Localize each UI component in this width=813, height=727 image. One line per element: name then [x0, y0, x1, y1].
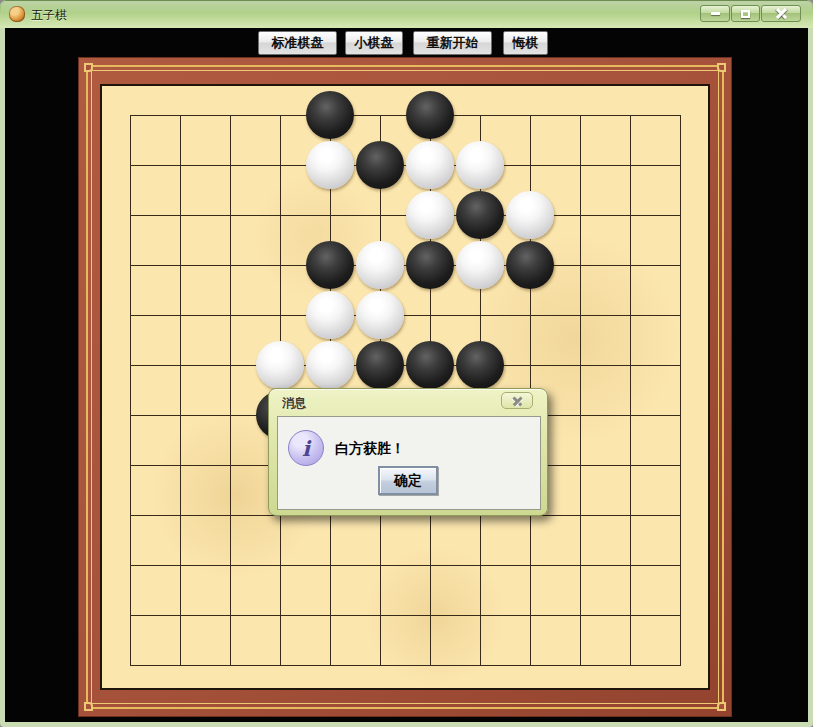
stone-black — [306, 91, 354, 139]
board-cell[interactable] — [105, 440, 155, 490]
app-icon — [9, 6, 25, 22]
board-cell[interactable] — [555, 540, 605, 590]
board-cell[interactable] — [555, 140, 605, 190]
board-cell[interactable] — [105, 540, 155, 590]
board-cell[interactable] — [655, 540, 705, 590]
board-cell[interactable] — [405, 90, 455, 140]
board-cell[interactable] — [305, 240, 355, 290]
board-cell[interactable] — [555, 390, 605, 440]
board-cell[interactable] — [355, 90, 405, 140]
board-cell[interactable] — [155, 390, 205, 440]
board-cell[interactable] — [105, 190, 155, 240]
board-cell[interactable] — [605, 140, 655, 190]
board-cell[interactable] — [155, 440, 205, 490]
board-cell[interactable] — [605, 540, 655, 590]
board-cell[interactable] — [305, 540, 355, 590]
frame-corner-ornament — [717, 702, 726, 711]
board-cell[interactable] — [655, 440, 705, 490]
board-cell[interactable] — [505, 540, 555, 590]
message-dialog: 消息 i 白方获胜！ 确定 — [268, 388, 548, 516]
board-cell[interactable] — [405, 240, 455, 290]
board-cell[interactable] — [155, 90, 205, 140]
board-cell[interactable] — [105, 140, 155, 190]
board-cell[interactable] — [105, 590, 155, 640]
stone-white — [256, 341, 304, 389]
stone-black — [356, 341, 404, 389]
board-cell[interactable] — [155, 290, 205, 340]
board-cell[interactable] — [505, 640, 555, 690]
board-cell[interactable] — [405, 640, 455, 690]
minimize-button[interactable] — [700, 5, 730, 22]
board-cell[interactable] — [455, 590, 505, 640]
stone-white — [356, 241, 404, 289]
stone-white — [306, 141, 354, 189]
stone-white — [356, 291, 404, 339]
board-cell[interactable] — [105, 390, 155, 440]
minimize-icon — [711, 12, 720, 15]
board-cell[interactable] — [505, 240, 555, 290]
stone-white — [406, 191, 454, 239]
board-cell[interactable] — [105, 340, 155, 390]
board-cell[interactable] — [355, 640, 405, 690]
board-cell[interactable] — [605, 90, 655, 140]
board-cell[interactable] — [255, 140, 305, 190]
window-title: 五子棋 — [31, 7, 67, 24]
board-cell[interactable] — [205, 190, 255, 240]
board-cell[interactable] — [655, 640, 705, 690]
board-cell[interactable] — [455, 140, 505, 190]
info-icon: i — [288, 430, 324, 466]
stone-black — [456, 191, 504, 239]
board-cell[interactable] — [505, 90, 555, 140]
board-cell[interactable] — [305, 590, 355, 640]
board-cell[interactable] — [255, 540, 305, 590]
board-cell[interactable] — [455, 290, 505, 340]
board-surface — [100, 84, 710, 690]
stone-black — [406, 91, 454, 139]
board-cell[interactable] — [555, 240, 605, 290]
board-cell[interactable] — [655, 590, 705, 640]
board-cell[interactable] — [655, 90, 705, 140]
board-cell[interactable] — [155, 340, 205, 390]
board-cell[interactable] — [155, 540, 205, 590]
board-cell[interactable] — [205, 440, 255, 490]
board-cell[interactable] — [505, 190, 555, 240]
board-cell[interactable] — [205, 540, 255, 590]
stone-black — [456, 341, 504, 389]
board-cell[interactable] — [605, 190, 655, 240]
dialog-titlebar[interactable]: 消息 — [269, 389, 547, 415]
board-cell[interactable] — [455, 540, 505, 590]
board-cell[interactable] — [455, 340, 505, 390]
gomoku-board — [78, 57, 732, 717]
board-cell[interactable] — [155, 190, 205, 240]
close-icon — [776, 8, 787, 19]
board-cell[interactable] — [305, 340, 355, 390]
board-cell[interactable] — [405, 190, 455, 240]
board-cell[interactable] — [205, 640, 255, 690]
board-cell[interactable] — [155, 240, 205, 290]
board-cell[interactable] — [255, 640, 305, 690]
board-cell[interactable] — [605, 240, 655, 290]
board-cell[interactable] — [355, 540, 405, 590]
stone-white — [306, 341, 354, 389]
board-cell[interactable] — [505, 140, 555, 190]
board-cell[interactable] — [655, 340, 705, 390]
window-controls — [699, 5, 801, 22]
board-cell[interactable] — [355, 140, 405, 190]
board-cell[interactable] — [205, 490, 255, 540]
board-cell[interactable] — [655, 390, 705, 440]
board-cell[interactable] — [405, 290, 455, 340]
board-cell[interactable] — [555, 340, 605, 390]
dialog-content-panel: i 白方获胜！ 确定 — [277, 416, 541, 510]
stone-black — [356, 141, 404, 189]
board-cell[interactable] — [605, 490, 655, 540]
maximize-button[interactable] — [731, 5, 760, 22]
board-cell[interactable] — [255, 240, 305, 290]
client-area: 标准棋盘 小棋盘 重新开始 悔棋 消息 — [5, 28, 808, 722]
stone-black — [506, 241, 554, 289]
board-cell[interactable] — [655, 190, 705, 240]
board-cell[interactable] — [405, 140, 455, 190]
board-cell[interactable] — [605, 440, 655, 490]
board-cell[interactable] — [205, 340, 255, 390]
board-cell[interactable] — [205, 390, 255, 440]
small-board-button[interactable]: 小棋盘 — [345, 31, 403, 55]
board-cell[interactable] — [505, 590, 555, 640]
dialog-title: 消息 — [282, 395, 306, 412]
board-cell[interactable] — [655, 240, 705, 290]
board-cell[interactable] — [555, 90, 605, 140]
board-cell[interactable] — [605, 290, 655, 340]
stone-black — [306, 241, 354, 289]
board-cell[interactable] — [605, 590, 655, 640]
board-cell[interactable] — [205, 90, 255, 140]
board-cell[interactable] — [105, 240, 155, 290]
board-cell[interactable] — [255, 590, 305, 640]
board-cell[interactable] — [555, 190, 605, 240]
restart-button[interactable]: 重新开始 — [413, 31, 492, 55]
stone-white — [506, 191, 554, 239]
stone-white — [456, 241, 504, 289]
standard-board-button[interactable]: 标准棋盘 — [258, 31, 337, 55]
board-cell[interactable] — [405, 340, 455, 390]
dialog-message: 白方获胜！ — [335, 440, 405, 458]
board-cell[interactable] — [305, 640, 355, 690]
board-cell[interactable] — [555, 440, 605, 490]
board-cell[interactable] — [205, 140, 255, 190]
board-cell[interactable] — [555, 590, 605, 640]
board-cell[interactable] — [355, 290, 405, 340]
undo-button[interactable]: 悔棋 — [503, 31, 548, 55]
board-cell[interactable] — [555, 640, 605, 690]
app-window: 五子棋 标准棋盘 小棋盘 重新开始 悔棋 — [0, 0, 813, 727]
board-cell[interactable] — [105, 90, 155, 140]
board-cell[interactable] — [355, 190, 405, 240]
board-cell[interactable] — [105, 490, 155, 540]
board-cell[interactable] — [655, 140, 705, 190]
stone-white — [406, 141, 454, 189]
board-cell[interactable] — [505, 290, 555, 340]
board-cell[interactable] — [255, 90, 305, 140]
ok-button[interactable]: 确定 — [378, 466, 438, 495]
board-cell[interactable] — [205, 290, 255, 340]
board-cell[interactable] — [455, 190, 505, 240]
board-cell[interactable] — [605, 390, 655, 440]
board-cell[interactable] — [655, 290, 705, 340]
board-cell[interactable] — [605, 640, 655, 690]
board-cell[interactable] — [405, 540, 455, 590]
stone-white — [456, 141, 504, 189]
board-cell[interactable] — [255, 340, 305, 390]
board-cell[interactable] — [205, 590, 255, 640]
board-cell[interactable] — [455, 640, 505, 690]
board-cell[interactable] — [255, 290, 305, 340]
titlebar[interactable]: 五子棋 — [0, 0, 813, 28]
stone-white — [306, 291, 354, 339]
toolbar: 标准棋盘 小棋盘 重新开始 悔棋 — [258, 31, 548, 55]
board-cell[interactable] — [155, 140, 205, 190]
titlebar-gloss — [1, 1, 812, 13]
frame-corner-ornament — [84, 702, 93, 711]
board-cell[interactable] — [155, 640, 205, 690]
frame-corner-ornament — [717, 63, 726, 72]
board-cell[interactable] — [105, 640, 155, 690]
board-cell[interactable] — [305, 290, 355, 340]
board-cell[interactable] — [355, 340, 405, 390]
board-cell[interactable] — [355, 590, 405, 640]
stone-black — [406, 341, 454, 389]
frame-corner-ornament — [84, 63, 93, 72]
board-cell[interactable] — [655, 490, 705, 540]
board-cell[interactable] — [305, 140, 355, 190]
board-cell[interactable] — [205, 240, 255, 290]
close-button[interactable] — [761, 5, 801, 22]
board-cell[interactable] — [505, 340, 555, 390]
board-cell[interactable] — [355, 240, 405, 290]
board-cell[interactable] — [255, 190, 305, 240]
board-cell[interactable] — [455, 90, 505, 140]
board-cell[interactable] — [455, 240, 505, 290]
stone-black — [406, 241, 454, 289]
board-cell[interactable] — [155, 490, 205, 540]
board-cell[interactable] — [105, 290, 155, 340]
board-cell[interactable] — [605, 340, 655, 390]
board-cell[interactable] — [305, 90, 355, 140]
dialog-close-button[interactable] — [501, 392, 533, 409]
board-cell[interactable] — [305, 190, 355, 240]
close-icon — [513, 396, 522, 405]
board-cell[interactable] — [555, 290, 605, 340]
board-cell[interactable] — [155, 590, 205, 640]
board-cell[interactable] — [405, 590, 455, 640]
maximize-icon — [741, 10, 750, 18]
board-cell[interactable] — [555, 490, 605, 540]
